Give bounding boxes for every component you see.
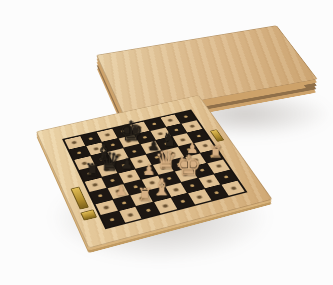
- square-b3[interactable]: ♟: [107, 184, 129, 199]
- brass-clasp-buckle: [80, 209, 97, 221]
- square-f3[interactable]: ♚: [175, 168, 197, 182]
- black-queen[interactable]: ♛: [98, 149, 121, 174]
- black-rook[interactable]: ♜: [85, 162, 101, 179]
- scene: ♚♝♟♞♜♛♟♟♟♛♟♜♟♚♜♝: [0, 0, 333, 285]
- chess-set-photo: ♚♝♟♞♜♛♟♟♟♛♟♜♟♚♜♝: [0, 0, 333, 285]
- white-queen[interactable]: ♛: [155, 148, 178, 173]
- square-h2[interactable]: [215, 170, 237, 184]
- white-rook[interactable]: ♜: [137, 186, 153, 204]
- white-king[interactable]: ♚: [176, 151, 202, 180]
- square-d7[interactable]: ♚: [119, 135, 140, 148]
- white-bishop[interactable]: ♝: [152, 177, 173, 200]
- black-pawn[interactable]: ♟: [120, 156, 133, 170]
- white-pawn[interactable]: ♟: [114, 182, 127, 197]
- white-rook[interactable]: ♜: [208, 144, 223, 161]
- black-king[interactable]: ♚: [119, 119, 144, 146]
- square-a5[interactable]: ♜: [79, 167, 100, 181]
